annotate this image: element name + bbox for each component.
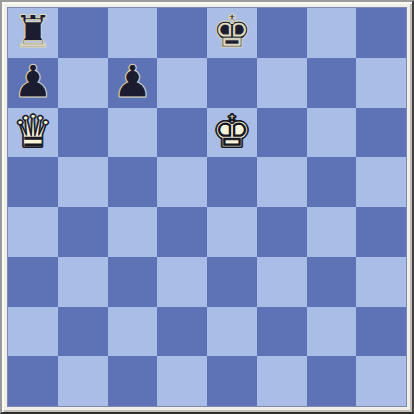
square-h7[interactable]	[356, 58, 406, 108]
square-c7[interactable]: ♟	[108, 58, 158, 108]
square-h6[interactable]	[356, 108, 406, 158]
square-g5[interactable]	[307, 157, 357, 207]
square-e1[interactable]	[207, 356, 257, 406]
square-a7[interactable]: ♟	[8, 58, 58, 108]
square-h4[interactable]	[356, 207, 406, 257]
piece-white-queen[interactable]: ♛	[13, 109, 53, 154]
square-c3[interactable]	[108, 257, 158, 307]
square-b2[interactable]	[58, 307, 108, 357]
square-c4[interactable]	[108, 207, 158, 257]
square-a4[interactable]	[8, 207, 58, 257]
square-f6[interactable]	[257, 108, 307, 158]
square-g8[interactable]	[307, 8, 357, 58]
square-d5[interactable]	[157, 157, 207, 207]
square-g7[interactable]	[307, 58, 357, 108]
square-d2[interactable]	[157, 307, 207, 357]
square-f8[interactable]	[257, 8, 307, 58]
square-f4[interactable]	[257, 207, 307, 257]
square-b1[interactable]	[58, 356, 108, 406]
chess-board: ♜♚♟♟♛♚	[8, 8, 406, 406]
square-c5[interactable]	[108, 157, 158, 207]
piece-black-king[interactable]: ♚	[212, 9, 252, 54]
square-d7[interactable]	[157, 58, 207, 108]
square-e3[interactable]	[207, 257, 257, 307]
square-h3[interactable]	[356, 257, 406, 307]
square-f7[interactable]	[257, 58, 307, 108]
square-g2[interactable]	[307, 307, 357, 357]
square-f3[interactable]	[257, 257, 307, 307]
square-e4[interactable]	[207, 207, 257, 257]
square-e2[interactable]	[207, 307, 257, 357]
square-d6[interactable]	[157, 108, 207, 158]
square-d8[interactable]	[157, 8, 207, 58]
square-b4[interactable]	[58, 207, 108, 257]
square-g3[interactable]	[307, 257, 357, 307]
square-a5[interactable]	[8, 157, 58, 207]
board-frame: ♜♚♟♟♛♚	[0, 0, 414, 414]
piece-black-pawn[interactable]: ♟	[13, 59, 53, 104]
square-c2[interactable]	[108, 307, 158, 357]
piece-white-king[interactable]: ♚	[212, 109, 252, 154]
square-f5[interactable]	[257, 157, 307, 207]
square-a2[interactable]	[8, 307, 58, 357]
square-a6[interactable]: ♛	[8, 108, 58, 158]
square-f1[interactable]	[257, 356, 307, 406]
square-g6[interactable]	[307, 108, 357, 158]
square-e5[interactable]	[207, 157, 257, 207]
square-b3[interactable]	[58, 257, 108, 307]
square-e6[interactable]: ♚	[207, 108, 257, 158]
board-border: ♜♚♟♟♛♚	[7, 7, 407, 407]
square-g1[interactable]	[307, 356, 357, 406]
chess-app-window: ♜♚♟♟♛♚	[0, 0, 414, 414]
square-h2[interactable]	[356, 307, 406, 357]
square-a8[interactable]: ♜	[8, 8, 58, 58]
square-e7[interactable]	[207, 58, 257, 108]
square-h5[interactable]	[356, 157, 406, 207]
square-h1[interactable]	[356, 356, 406, 406]
piece-black-rook[interactable]: ♜	[13, 9, 53, 54]
square-c1[interactable]	[108, 356, 158, 406]
square-d4[interactable]	[157, 207, 207, 257]
square-d1[interactable]	[157, 356, 207, 406]
square-a1[interactable]	[8, 356, 58, 406]
square-b6[interactable]	[58, 108, 108, 158]
piece-black-pawn[interactable]: ♟	[112, 59, 152, 104]
square-e8[interactable]: ♚	[207, 8, 257, 58]
square-b7[interactable]	[58, 58, 108, 108]
square-a3[interactable]	[8, 257, 58, 307]
square-b8[interactable]	[58, 8, 108, 58]
square-g4[interactable]	[307, 207, 357, 257]
square-c8[interactable]	[108, 8, 158, 58]
square-d3[interactable]	[157, 257, 207, 307]
square-b5[interactable]	[58, 157, 108, 207]
square-h8[interactable]	[356, 8, 406, 58]
square-f2[interactable]	[257, 307, 307, 357]
square-c6[interactable]	[108, 108, 158, 158]
